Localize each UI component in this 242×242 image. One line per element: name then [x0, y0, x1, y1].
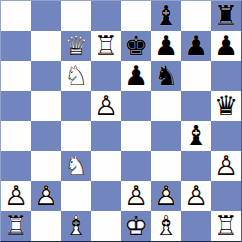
square-e8[interactable]: [121, 1, 151, 31]
square-c4[interactable]: [61, 121, 91, 151]
square-a8[interactable]: [1, 1, 31, 31]
square-a2[interactable]: ♟♙: [1, 181, 31, 211]
square-c7[interactable]: ♛♕: [61, 31, 91, 61]
square-d7[interactable]: ♜♖: [91, 31, 121, 61]
square-f3[interactable]: [151, 151, 181, 181]
piece-black-pawn: ♟: [181, 31, 211, 61]
square-d5[interactable]: ♟♙: [91, 91, 121, 121]
square-g1[interactable]: [181, 211, 211, 241]
piece-black-pawn: ♟: [151, 31, 181, 61]
square-d2[interactable]: [91, 181, 121, 211]
square-g4[interactable]: ♝: [181, 121, 211, 151]
square-d4[interactable]: [91, 121, 121, 151]
piece-white-rook: ♜♖: [211, 211, 241, 241]
square-a1[interactable]: ♜♖: [1, 211, 31, 241]
piece-white-pawn: ♟♙: [211, 151, 241, 181]
piece-black-bishop: ♝: [151, 1, 181, 31]
square-e6[interactable]: ♟: [121, 61, 151, 91]
square-c5[interactable]: [61, 91, 91, 121]
square-a4[interactable]: [1, 121, 31, 151]
square-h4[interactable]: [211, 121, 241, 151]
square-e7[interactable]: ♚: [121, 31, 151, 61]
square-a7[interactable]: [1, 31, 31, 61]
square-h8[interactable]: ♜: [211, 1, 241, 31]
piece-white-pawn: ♟♙: [91, 91, 121, 121]
square-g7[interactable]: ♟: [181, 31, 211, 61]
piece-white-bishop: ♝♗: [151, 211, 181, 241]
square-g8[interactable]: [181, 1, 211, 31]
square-b4[interactable]: [31, 121, 61, 151]
square-g3[interactable]: [181, 151, 211, 181]
square-h6[interactable]: [211, 61, 241, 91]
piece-white-rook: ♜♖: [91, 31, 121, 61]
square-d6[interactable]: [91, 61, 121, 91]
square-h3[interactable]: ♟♙: [211, 151, 241, 181]
piece-black-knight: ♞: [151, 61, 181, 91]
piece-black-queen: ♛: [211, 91, 241, 121]
square-c8[interactable]: [61, 1, 91, 31]
square-b5[interactable]: [31, 91, 61, 121]
square-c3[interactable]: ♞♘: [61, 151, 91, 181]
square-e2[interactable]: ♟♙: [121, 181, 151, 211]
piece-black-pawn: ♟: [121, 61, 151, 91]
chess-board: ♝♜♛♕♜♖♚♟♟♟♞♘♟♞♟♙♛♝♞♘♟♙♟♙♟♙♟♙♟♙♟♙♜♖♝♗♚♔♝♗…: [0, 0, 242, 242]
square-f6[interactable]: ♞: [151, 61, 181, 91]
square-g6[interactable]: [181, 61, 211, 91]
square-d3[interactable]: [91, 151, 121, 181]
square-h7[interactable]: ♟: [211, 31, 241, 61]
square-d8[interactable]: [91, 1, 121, 31]
piece-white-king: ♚♔: [121, 211, 151, 241]
piece-black-bishop: ♝: [181, 121, 211, 151]
square-a6[interactable]: [1, 61, 31, 91]
square-g5[interactable]: [181, 91, 211, 121]
piece-white-pawn: ♟♙: [1, 181, 31, 211]
square-f1[interactable]: ♝♗: [151, 211, 181, 241]
square-d1[interactable]: [91, 211, 121, 241]
square-c2[interactable]: [61, 181, 91, 211]
square-f5[interactable]: [151, 91, 181, 121]
piece-white-pawn: ♟♙: [151, 181, 181, 211]
square-b2[interactable]: ♟♙: [31, 181, 61, 211]
square-f8[interactable]: ♝: [151, 1, 181, 31]
square-a5[interactable]: [1, 91, 31, 121]
square-b8[interactable]: [31, 1, 61, 31]
square-f2[interactable]: ♟♙: [151, 181, 181, 211]
square-b7[interactable]: [31, 31, 61, 61]
piece-white-knight: ♞♘: [61, 151, 91, 181]
square-a3[interactable]: [1, 151, 31, 181]
square-f7[interactable]: ♟: [151, 31, 181, 61]
square-b3[interactable]: [31, 151, 61, 181]
square-c6[interactable]: ♞♘: [61, 61, 91, 91]
square-e4[interactable]: [121, 121, 151, 151]
square-h1[interactable]: ♜♖: [211, 211, 241, 241]
square-h5[interactable]: ♛: [211, 91, 241, 121]
square-b6[interactable]: [31, 61, 61, 91]
piece-black-rook: ♜: [211, 1, 241, 31]
square-b1[interactable]: [31, 211, 61, 241]
square-g2[interactable]: ♟♙: [181, 181, 211, 211]
piece-black-pawn: ♟: [211, 31, 241, 61]
piece-white-pawn: ♟♙: [31, 181, 61, 211]
square-e5[interactable]: [121, 91, 151, 121]
piece-white-knight: ♞♘: [61, 61, 91, 91]
piece-black-king: ♚: [121, 31, 151, 61]
square-c1[interactable]: ♝♗: [61, 211, 91, 241]
piece-white-pawn: ♟♙: [181, 181, 211, 211]
square-h2[interactable]: [211, 181, 241, 211]
piece-white-bishop: ♝♗: [61, 211, 91, 241]
piece-white-rook: ♜♖: [1, 211, 31, 241]
piece-white-queen: ♛♕: [61, 31, 91, 61]
piece-white-pawn: ♟♙: [121, 181, 151, 211]
square-e1[interactable]: ♚♔: [121, 211, 151, 241]
square-f4[interactable]: [151, 121, 181, 151]
square-e3[interactable]: [121, 151, 151, 181]
